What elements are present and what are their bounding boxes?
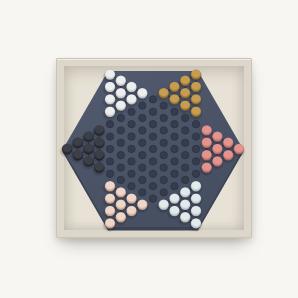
board-hole[interactable] — [149, 96, 156, 103]
peg-white[interactable] — [116, 88, 126, 98]
board-hole[interactable] — [139, 127, 146, 134]
board-hole[interactable] — [171, 170, 178, 177]
peg-black[interactable] — [83, 156, 93, 166]
board-hole[interactable] — [139, 114, 146, 121]
peg-coral[interactable] — [212, 156, 222, 166]
peg-pale-blue[interactable] — [159, 200, 169, 210]
board-hole[interactable] — [117, 127, 124, 134]
peg-white[interactable] — [105, 69, 115, 79]
peg-pale-blue[interactable] — [191, 181, 201, 191]
peg-pale-blue[interactable] — [191, 206, 201, 216]
board-hole[interactable] — [171, 183, 178, 190]
peg-white[interactable] — [137, 88, 147, 98]
board-hole[interactable] — [106, 145, 113, 152]
board-hole[interactable] — [117, 152, 124, 159]
peg-black[interactable] — [73, 138, 83, 148]
peg-coral[interactable] — [212, 144, 222, 154]
board-hole[interactable] — [139, 164, 146, 171]
board-hole[interactable] — [192, 121, 199, 128]
board-hole[interactable] — [128, 170, 135, 177]
board-hole[interactable] — [171, 121, 178, 128]
peg-black[interactable] — [83, 144, 93, 154]
peg-blush[interactable] — [105, 181, 115, 191]
peg-gold[interactable] — [169, 94, 179, 104]
peg-gold[interactable] — [191, 94, 201, 104]
peg-white[interactable] — [105, 94, 115, 104]
peg-black[interactable] — [73, 150, 83, 160]
board-hole[interactable] — [139, 189, 146, 196]
board-hole[interactable] — [106, 133, 113, 140]
board-hole[interactable] — [182, 127, 189, 134]
peg-black[interactable] — [94, 162, 104, 172]
peg-white[interactable] — [105, 82, 115, 92]
chinese-checkers-product-photo — [0, 0, 298, 298]
board-hole[interactable] — [182, 139, 189, 146]
peg-pale-blue[interactable] — [191, 218, 201, 228]
board-hole[interactable] — [171, 145, 178, 152]
peg-gold[interactable] — [180, 88, 190, 98]
board-hole[interactable] — [160, 114, 167, 121]
peg-blush[interactable] — [116, 200, 126, 210]
board-hole[interactable] — [182, 176, 189, 183]
peg-pale-blue[interactable] — [180, 212, 190, 222]
peg-coral[interactable] — [212, 131, 222, 141]
peg-gold[interactable] — [169, 82, 179, 92]
peg-blush[interactable] — [105, 206, 115, 216]
peg-coral[interactable] — [202, 138, 212, 148]
board-hole[interactable] — [160, 164, 167, 171]
board-hole[interactable] — [139, 176, 146, 183]
peg-gold[interactable] — [191, 82, 201, 92]
board-hole[interactable] — [149, 195, 156, 202]
peg-white[interactable] — [126, 94, 136, 104]
peg-pale-blue[interactable] — [191, 193, 201, 203]
board-hole[interactable] — [149, 145, 156, 152]
peg-pale-blue[interactable] — [169, 206, 179, 216]
board-hole[interactable] — [171, 158, 178, 165]
board-hole[interactable] — [128, 133, 135, 140]
peg-white[interactable] — [116, 76, 126, 86]
peg-blush[interactable] — [105, 193, 115, 203]
board-hole[interactable] — [171, 133, 178, 140]
board-hole[interactable] — [149, 108, 156, 115]
board-hole[interactable] — [128, 158, 135, 165]
board-hole[interactable] — [192, 158, 199, 165]
peg-white[interactable] — [105, 107, 115, 117]
peg-gold[interactable] — [180, 76, 190, 86]
board-hole[interactable] — [128, 108, 135, 115]
board-hole[interactable] — [149, 183, 156, 190]
board-hole[interactable] — [117, 164, 124, 171]
peg-black[interactable] — [62, 144, 72, 154]
board-hole[interactable] — [192, 145, 199, 152]
board-hole[interactable] — [128, 183, 135, 190]
board-hole[interactable] — [160, 176, 167, 183]
board-hole[interactable] — [139, 139, 146, 146]
peg-gold[interactable] — [191, 69, 201, 79]
peg-coral[interactable] — [202, 125, 212, 135]
board-hole[interactable] — [160, 152, 167, 159]
board-hole[interactable] — [171, 108, 178, 115]
peg-black[interactable] — [94, 125, 104, 135]
board-hole[interactable] — [160, 139, 167, 146]
board-hole[interactable] — [149, 133, 156, 140]
peg-black[interactable] — [94, 150, 104, 160]
board-hole[interactable] — [160, 102, 167, 109]
peg-coral[interactable] — [202, 162, 212, 172]
peg-blush[interactable] — [116, 212, 126, 222]
peg-pale-blue[interactable] — [180, 187, 190, 197]
peg-gold[interactable] — [159, 88, 169, 98]
board-hole[interactable] — [117, 114, 124, 121]
board-hole[interactable] — [149, 170, 156, 177]
board-hole[interactable] — [117, 176, 124, 183]
peg-white[interactable] — [116, 100, 126, 110]
board-hole[interactable] — [182, 114, 189, 121]
peg-coral[interactable] — [234, 144, 244, 154]
peg-blush[interactable] — [137, 200, 147, 210]
board-hole[interactable] — [192, 170, 199, 177]
board-hole[interactable] — [160, 127, 167, 134]
board-hole[interactable] — [128, 145, 135, 152]
peg-pale-blue[interactable] — [169, 193, 179, 203]
board-hole[interactable] — [106, 121, 113, 128]
board-hole[interactable] — [128, 121, 135, 128]
board-hole[interactable] — [182, 164, 189, 171]
peg-gold[interactable] — [191, 107, 201, 117]
peg-blush[interactable] — [105, 218, 115, 228]
peg-blush[interactable] — [126, 206, 136, 216]
board-hole[interactable] — [149, 121, 156, 128]
peg-black[interactable] — [94, 138, 104, 148]
board-hole[interactable] — [160, 189, 167, 196]
peg-blush[interactable] — [126, 193, 136, 203]
board-hole[interactable] — [139, 102, 146, 109]
peg-coral[interactable] — [202, 150, 212, 160]
peg-coral[interactable] — [223, 150, 233, 160]
board-hole[interactable] — [192, 133, 199, 140]
board-hole[interactable] — [182, 152, 189, 159]
peg-gold[interactable] — [180, 100, 190, 110]
peg-black[interactable] — [83, 131, 93, 141]
peg-coral[interactable] — [223, 138, 233, 148]
board-hole[interactable] — [149, 158, 156, 165]
peg-pale-blue[interactable] — [180, 200, 190, 210]
board-graphic — [0, 0, 298, 298]
board-hole[interactable] — [139, 152, 146, 159]
board-hole[interactable] — [106, 158, 113, 165]
peg-white[interactable] — [126, 82, 136, 92]
board-hole[interactable] — [106, 170, 113, 177]
board-hole[interactable] — [117, 139, 124, 146]
peg-blush[interactable] — [116, 187, 126, 197]
